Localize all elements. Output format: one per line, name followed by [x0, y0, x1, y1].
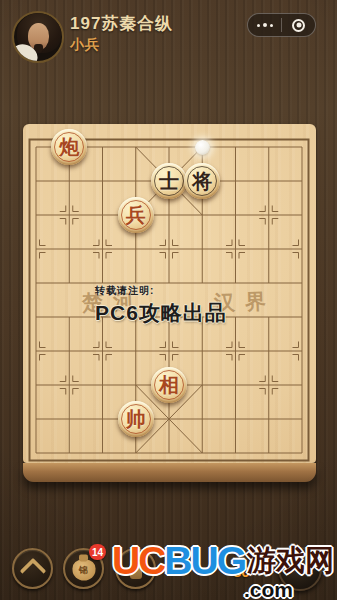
level-title: 197苏秦合纵 — [70, 12, 173, 35]
coin-counter: 80 — [233, 563, 250, 580]
menu-orb-button[interactable] — [278, 547, 322, 591]
circle-target-icon — [292, 19, 305, 32]
avatar — [12, 11, 64, 63]
last-move-marker — [195, 140, 210, 155]
piece-red-5[interactable]: 相 — [151, 367, 187, 403]
more-button[interactable] — [248, 14, 281, 36]
piece-red-6[interactable]: 帅 — [118, 401, 154, 437]
more-dots-icon — [257, 23, 273, 27]
app-window: 197苏秦合纵 小兵 楚河 汉界 炮士将兵相帅 转载请注明: PC6攻略出品 锦… — [0, 0, 337, 600]
miniprogram-capsule — [247, 13, 316, 37]
item-icon — [130, 559, 142, 579]
piece-red-1[interactable]: 炮 — [51, 129, 87, 165]
chevron-up-icon — [19, 557, 46, 584]
hint-count-badge: 14 — [89, 544, 106, 560]
collapse-button[interactable] — [12, 548, 53, 589]
pc6-watermark-title: PC6攻略出品 — [95, 299, 227, 327]
money-bag-icon: 锦 — [72, 559, 95, 580]
piece-black-3[interactable]: 将 — [184, 163, 220, 199]
close-button[interactable] — [282, 14, 315, 36]
piece-red-4[interactable]: 兵 — [118, 197, 154, 233]
item-button[interactable] — [115, 548, 156, 589]
piece-black-2[interactable]: 士 — [151, 163, 187, 199]
pc6-watermark-note: 转载请注明: — [95, 284, 227, 298]
level-difficulty: 小兵 — [70, 36, 100, 54]
pc6-watermark: 转载请注明: PC6攻略出品 — [95, 284, 227, 327]
